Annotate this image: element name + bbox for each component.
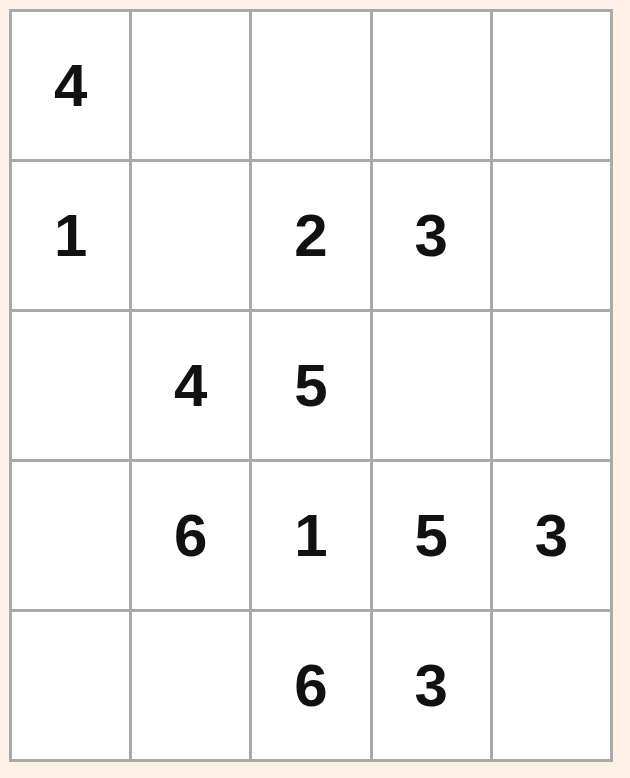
given-digit: 3: [415, 206, 448, 266]
cell-r1c1[interactable]: 4: [12, 12, 129, 159]
given-digit: 3: [535, 506, 568, 566]
cell-r4c2[interactable]: 6: [132, 462, 249, 609]
cell-r1c5[interactable]: [493, 12, 610, 159]
cell-r5c4[interactable]: 3: [373, 612, 490, 759]
cell-r3c5[interactable]: [493, 312, 610, 459]
given-digit: 4: [174, 356, 207, 416]
given-digit: 1: [294, 506, 327, 566]
cell-r3c4[interactable]: [373, 312, 490, 459]
cell-r4c1[interactable]: [12, 462, 129, 609]
cell-r1c3[interactable]: [252, 12, 369, 159]
cell-r4c5[interactable]: 3: [493, 462, 610, 609]
given-digit: 3: [415, 656, 448, 716]
given-digit: 5: [415, 506, 448, 566]
cell-r2c2[interactable]: [132, 162, 249, 309]
cell-r1c2[interactable]: [132, 12, 249, 159]
cell-r3c1[interactable]: [12, 312, 129, 459]
cell-r5c2[interactable]: [132, 612, 249, 759]
given-digit: 4: [54, 56, 87, 116]
cell-r3c2[interactable]: 4: [132, 312, 249, 459]
cell-r5c3[interactable]: 6: [252, 612, 369, 759]
cell-r3c3[interactable]: 5: [252, 312, 369, 459]
cell-r5c1[interactable]: [12, 612, 129, 759]
cell-r2c3[interactable]: 2: [252, 162, 369, 309]
cell-r2c4[interactable]: 3: [373, 162, 490, 309]
puzzle-board: 412345615363: [9, 9, 613, 762]
cell-r1c4[interactable]: [373, 12, 490, 159]
given-digit: 6: [174, 506, 207, 566]
given-digit: 5: [294, 356, 327, 416]
cell-r4c4[interactable]: 5: [373, 462, 490, 609]
cell-r2c1[interactable]: 1: [12, 162, 129, 309]
cell-r4c3[interactable]: 1: [252, 462, 369, 609]
given-digit: 1: [54, 206, 87, 266]
given-digit: 6: [294, 656, 327, 716]
cell-r5c5[interactable]: [493, 612, 610, 759]
cell-r2c5[interactable]: [493, 162, 610, 309]
given-digit: 2: [294, 206, 327, 266]
